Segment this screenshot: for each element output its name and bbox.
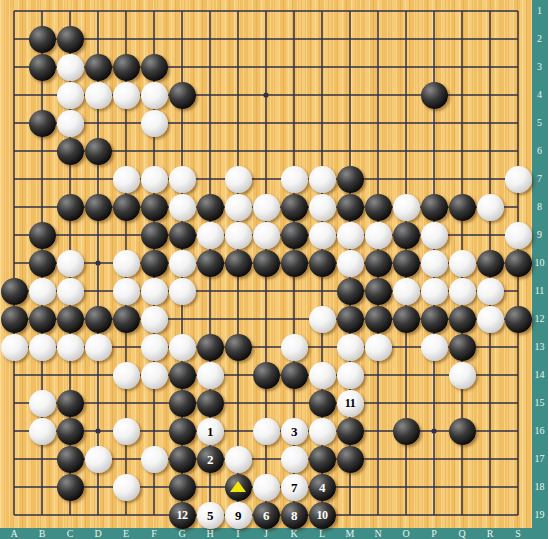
row-label-17: 17 [532, 453, 547, 465]
stone-D8 [85, 194, 112, 221]
last-move-triangle-icon [230, 481, 246, 492]
stone-K9 [281, 222, 308, 249]
stone-I17 [225, 446, 252, 473]
stone-B16 [29, 418, 56, 445]
stone-Q14 [449, 362, 476, 389]
move-number-10: 10 [309, 502, 336, 529]
column-label-F: F [144, 528, 164, 539]
stone-L19: 10 [309, 502, 336, 529]
stone-P4 [421, 82, 448, 109]
stone-O16 [393, 418, 420, 445]
stone-F11 [141, 278, 168, 305]
stone-I19: 9 [225, 502, 252, 529]
stone-C12 [57, 306, 84, 333]
stone-I10 [225, 250, 252, 277]
row-label-11: 11 [532, 285, 547, 297]
stone-G19: 12 [169, 502, 196, 529]
stone-L15 [309, 390, 336, 417]
move-number-5: 5 [197, 502, 224, 529]
stone-J9 [253, 222, 280, 249]
stone-F4 [141, 82, 168, 109]
stone-Q12 [449, 306, 476, 333]
stone-B10 [29, 250, 56, 277]
stone-G15 [169, 390, 196, 417]
stone-I18 [225, 474, 252, 501]
stone-J18 [253, 474, 280, 501]
stone-O11 [393, 278, 420, 305]
row-label-band: 12345678910111213141516171819 [532, 0, 548, 528]
stone-P12 [421, 306, 448, 333]
stone-G11 [169, 278, 196, 305]
stone-C17 [57, 446, 84, 473]
stone-B15 [29, 390, 56, 417]
hoshi-point [263, 92, 268, 97]
stone-B9 [29, 222, 56, 249]
stone-F10 [141, 250, 168, 277]
stone-C3 [57, 54, 84, 81]
stone-E8 [113, 194, 140, 221]
stone-N9 [365, 222, 392, 249]
column-label-M: M [340, 528, 360, 539]
stone-N13 [365, 334, 392, 361]
stone-F17 [141, 446, 168, 473]
stone-G10 [169, 250, 196, 277]
stone-L7 [309, 166, 336, 193]
row-label-1: 1 [532, 5, 547, 17]
stone-L8 [309, 194, 336, 221]
stone-O12 [393, 306, 420, 333]
stone-G8 [169, 194, 196, 221]
row-label-16: 16 [532, 425, 547, 437]
stone-G14 [169, 362, 196, 389]
row-label-13: 13 [532, 341, 547, 353]
stone-N10 [365, 250, 392, 277]
row-label-10: 10 [532, 257, 547, 269]
stone-F9 [141, 222, 168, 249]
stone-S9 [505, 222, 532, 249]
stone-K16: 3 [281, 418, 308, 445]
column-label-D: D [88, 528, 108, 539]
stone-A13 [1, 334, 28, 361]
stone-P11 [421, 278, 448, 305]
stone-M14 [337, 362, 364, 389]
stone-D17 [85, 446, 112, 473]
stone-H15 [197, 390, 224, 417]
stone-L17 [309, 446, 336, 473]
stone-L12 [309, 306, 336, 333]
stone-P13 [421, 334, 448, 361]
stone-Q13 [449, 334, 476, 361]
stone-O9 [393, 222, 420, 249]
stone-K7 [281, 166, 308, 193]
move-number-6: 6 [253, 502, 280, 529]
move-number-11: 11 [337, 390, 364, 417]
stone-G18 [169, 474, 196, 501]
move-number-3: 3 [281, 418, 308, 445]
stone-K13 [281, 334, 308, 361]
row-label-3: 3 [532, 61, 547, 73]
stone-E11 [113, 278, 140, 305]
row-label-18: 18 [532, 481, 547, 493]
stone-E10 [113, 250, 140, 277]
stone-L10 [309, 250, 336, 277]
move-number-7: 7 [281, 474, 308, 501]
hoshi-point [95, 428, 100, 433]
stone-B3 [29, 54, 56, 81]
stone-M8 [337, 194, 364, 221]
column-label-B: B [32, 528, 52, 539]
stone-G16 [169, 418, 196, 445]
stone-C11 [57, 278, 84, 305]
column-label-N: N [368, 528, 388, 539]
column-label-P: P [424, 528, 444, 539]
stone-I9 [225, 222, 252, 249]
column-label-E: E [116, 528, 136, 539]
stone-E3 [113, 54, 140, 81]
stone-O10 [393, 250, 420, 277]
move-number-4: 4 [309, 474, 336, 501]
stone-B2 [29, 26, 56, 53]
stone-H9 [197, 222, 224, 249]
column-label-band: ABCDEFGHIJKLMNOPQRS [0, 528, 548, 539]
stone-C6 [57, 138, 84, 165]
stone-K10 [281, 250, 308, 277]
stone-M7 [337, 166, 364, 193]
row-label-8: 8 [532, 201, 547, 213]
stone-Q16 [449, 418, 476, 445]
stone-M13 [337, 334, 364, 361]
move-number-8: 8 [281, 502, 308, 529]
stone-D12 [85, 306, 112, 333]
stone-O8 [393, 194, 420, 221]
stone-C13 [57, 334, 84, 361]
stone-H19: 5 [197, 502, 224, 529]
hoshi-point [431, 428, 436, 433]
go-board[interactable]: 111327412596810 [0, 0, 532, 528]
move-number-9: 9 [225, 502, 252, 529]
stone-E14 [113, 362, 140, 389]
move-number-1: 1 [197, 418, 224, 445]
column-label-J: J [256, 528, 276, 539]
row-label-19: 19 [532, 509, 547, 521]
stone-N8 [365, 194, 392, 221]
stone-C2 [57, 26, 84, 53]
stone-P10 [421, 250, 448, 277]
stone-F12 [141, 306, 168, 333]
stone-G7 [169, 166, 196, 193]
stone-M11 [337, 278, 364, 305]
go-board-screenshot: 111327412596810 ABCDEFGHIJKLMNOPQRS 1234… [0, 0, 548, 539]
row-label-9: 9 [532, 229, 547, 241]
stone-M16 [337, 418, 364, 445]
stone-H10 [197, 250, 224, 277]
column-label-K: K [284, 528, 304, 539]
column-label-A: A [4, 528, 24, 539]
stone-S7 [505, 166, 532, 193]
stone-E4 [113, 82, 140, 109]
stone-Q10 [449, 250, 476, 277]
stone-K18: 7 [281, 474, 308, 501]
stone-D4 [85, 82, 112, 109]
stone-R8 [477, 194, 504, 221]
stone-G17 [169, 446, 196, 473]
row-label-5: 5 [532, 117, 547, 129]
stone-K8 [281, 194, 308, 221]
stone-S12 [505, 306, 532, 333]
move-number-12: 12 [169, 502, 196, 529]
stone-F14 [141, 362, 168, 389]
stone-N12 [365, 306, 392, 333]
stone-N11 [365, 278, 392, 305]
stone-K19: 8 [281, 502, 308, 529]
stone-L14 [309, 362, 336, 389]
stone-Q8 [449, 194, 476, 221]
stone-G13 [169, 334, 196, 361]
stone-L18: 4 [309, 474, 336, 501]
row-label-15: 15 [532, 397, 547, 409]
column-label-O: O [396, 528, 416, 539]
row-label-2: 2 [532, 33, 547, 45]
stone-G9 [169, 222, 196, 249]
stone-J16 [253, 418, 280, 445]
stone-M9 [337, 222, 364, 249]
stone-J14 [253, 362, 280, 389]
row-label-14: 14 [532, 369, 547, 381]
stone-H8 [197, 194, 224, 221]
stone-D3 [85, 54, 112, 81]
stone-H14 [197, 362, 224, 389]
stone-L16 [309, 418, 336, 445]
stone-D6 [85, 138, 112, 165]
row-label-4: 4 [532, 89, 547, 101]
stone-I13 [225, 334, 252, 361]
stone-F3 [141, 54, 168, 81]
column-label-R: R [480, 528, 500, 539]
stone-M12 [337, 306, 364, 333]
stone-I8 [225, 194, 252, 221]
stone-E7 [113, 166, 140, 193]
stone-C16 [57, 418, 84, 445]
stone-F13 [141, 334, 168, 361]
stone-J10 [253, 250, 280, 277]
stone-C8 [57, 194, 84, 221]
stone-M17 [337, 446, 364, 473]
stone-Q11 [449, 278, 476, 305]
stone-D13 [85, 334, 112, 361]
stone-C5 [57, 110, 84, 137]
stone-B5 [29, 110, 56, 137]
stone-G4 [169, 82, 196, 109]
stone-F7 [141, 166, 168, 193]
stone-C4 [57, 82, 84, 109]
stone-P9 [421, 222, 448, 249]
stone-A11 [1, 278, 28, 305]
stone-H16: 1 [197, 418, 224, 445]
move-number-2: 2 [197, 446, 224, 473]
stone-R11 [477, 278, 504, 305]
column-label-C: C [60, 528, 80, 539]
stone-F8 [141, 194, 168, 221]
column-label-S: S [508, 528, 528, 539]
stone-B12 [29, 306, 56, 333]
stone-H17: 2 [197, 446, 224, 473]
column-label-I: I [228, 528, 248, 539]
stone-J19: 6 [253, 502, 280, 529]
stone-J8 [253, 194, 280, 221]
stone-K17 [281, 446, 308, 473]
column-label-H: H [200, 528, 220, 539]
stone-C18 [57, 474, 84, 501]
row-label-7: 7 [532, 173, 547, 185]
stone-E16 [113, 418, 140, 445]
hoshi-point [95, 260, 100, 265]
row-label-12: 12 [532, 313, 547, 325]
stone-R10 [477, 250, 504, 277]
row-label-6: 6 [532, 145, 547, 157]
stone-E12 [113, 306, 140, 333]
stone-M15: 11 [337, 390, 364, 417]
column-label-Q: Q [452, 528, 472, 539]
stone-E18 [113, 474, 140, 501]
stone-K14 [281, 362, 308, 389]
stone-R12 [477, 306, 504, 333]
stone-C15 [57, 390, 84, 417]
stone-B11 [29, 278, 56, 305]
column-label-L: L [312, 528, 332, 539]
stone-A12 [1, 306, 28, 333]
stone-H13 [197, 334, 224, 361]
column-label-G: G [172, 528, 192, 539]
stone-S10 [505, 250, 532, 277]
stone-B13 [29, 334, 56, 361]
stone-L9 [309, 222, 336, 249]
stone-C10 [57, 250, 84, 277]
stone-P8 [421, 194, 448, 221]
stone-F5 [141, 110, 168, 137]
stone-I7 [225, 166, 252, 193]
stone-M10 [337, 250, 364, 277]
